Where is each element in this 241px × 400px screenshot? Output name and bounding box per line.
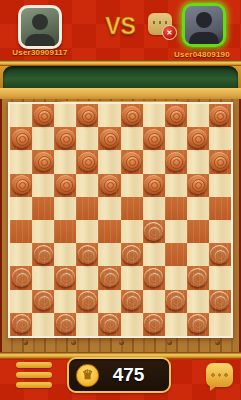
board-square[interactable]: [76, 243, 98, 266]
board-square[interactable]: [10, 150, 32, 173]
nail-stud: [167, 340, 172, 345]
board-square[interactable]: [121, 104, 143, 127]
board-square[interactable]: [187, 150, 209, 173]
board-square[interactable]: [187, 197, 209, 220]
board-square[interactable]: [121, 127, 143, 150]
board-square[interactable]: [98, 150, 120, 173]
red-piece[interactable]: [166, 106, 185, 125]
board-square[interactable]: [187, 127, 209, 150]
red-piece[interactable]: [78, 152, 97, 171]
board-square[interactable]: [98, 243, 120, 266]
board-square[interactable]: [10, 313, 32, 336]
white-piece[interactable]: [34, 245, 53, 264]
board-square[interactable]: [76, 290, 98, 313]
white-piece[interactable]: [210, 291, 229, 310]
board-square[interactable]: [10, 220, 32, 243]
board-square[interactable]: [143, 174, 165, 197]
chat-bubble-tail: [210, 385, 218, 391]
board-square[interactable]: [165, 150, 187, 173]
white-piece[interactable]: [188, 314, 207, 333]
board-grid: [10, 104, 231, 336]
board-square[interactable]: [32, 150, 54, 173]
board-square[interactable]: [209, 266, 231, 289]
board-square[interactable]: [32, 313, 54, 336]
red-piece[interactable]: [210, 106, 229, 125]
white-piece[interactable]: [210, 245, 229, 264]
red-piece[interactable]: [56, 175, 75, 194]
board-square[interactable]: [121, 290, 143, 313]
board-square[interactable]: [165, 174, 187, 197]
board-square[interactable]: [10, 266, 32, 289]
board-square[interactable]: [54, 290, 76, 313]
board-square[interactable]: [209, 290, 231, 313]
white-piece[interactable]: [144, 268, 163, 287]
board-square[interactable]: [98, 127, 120, 150]
board-square[interactable]: [32, 104, 54, 127]
board-square[interactable]: [187, 313, 209, 336]
board-square[interactable]: [10, 290, 32, 313]
board-square[interactable]: [143, 243, 165, 266]
chat-muted-icon[interactable]: ✕: [148, 13, 172, 35]
board-square[interactable]: [10, 243, 32, 266]
board-square[interactable]: [54, 150, 76, 173]
board-square[interactable]: [54, 104, 76, 127]
board-square[interactable]: [121, 243, 143, 266]
red-piece[interactable]: [210, 152, 229, 171]
chat-dots-icon: [211, 373, 228, 377]
white-piece[interactable]: [166, 291, 185, 310]
board-square[interactable]: [54, 313, 76, 336]
board-square[interactable]: [10, 197, 32, 220]
checkers-board[interactable]: [8, 102, 233, 338]
board-square[interactable]: [76, 220, 98, 243]
person-icon: [185, 6, 223, 44]
white-piece[interactable]: [56, 268, 75, 287]
board-square[interactable]: [187, 290, 209, 313]
chat-button[interactable]: [206, 363, 233, 387]
board-square[interactable]: [76, 127, 98, 150]
board-square[interactable]: [165, 313, 187, 336]
red-piece[interactable]: [56, 129, 75, 148]
board-square[interactable]: [76, 313, 98, 336]
white-piece[interactable]: [122, 245, 141, 264]
white-piece[interactable]: [12, 314, 31, 333]
red-piece[interactable]: [144, 175, 163, 194]
white-piece[interactable]: [100, 314, 119, 333]
menu-button[interactable]: [16, 362, 52, 388]
white-piece[interactable]: [78, 245, 97, 264]
board-square[interactable]: [98, 197, 120, 220]
board-square[interactable]: [143, 104, 165, 127]
board-square[interactable]: [121, 174, 143, 197]
board-square[interactable]: [32, 127, 54, 150]
red-piece[interactable]: [122, 106, 141, 125]
board-square[interactable]: [32, 220, 54, 243]
nail-stud: [215, 340, 220, 345]
board-square[interactable]: [121, 313, 143, 336]
board-square[interactable]: [143, 220, 165, 243]
board-square[interactable]: [76, 174, 98, 197]
hamburger-icon: [16, 362, 52, 368]
board-square[interactable]: [32, 290, 54, 313]
board-square[interactable]: [32, 266, 54, 289]
white-piece[interactable]: [144, 222, 163, 241]
board-square[interactable]: [121, 197, 143, 220]
red-piece[interactable]: [34, 152, 53, 171]
board-square[interactable]: [121, 150, 143, 173]
board-square[interactable]: [209, 220, 231, 243]
board-square[interactable]: [98, 104, 120, 127]
board-square[interactable]: [10, 174, 32, 197]
game-screen: User30909117 VS ✕ User04809190 ♛ 475: [0, 0, 241, 400]
board-square[interactable]: [54, 243, 76, 266]
board-square[interactable]: [187, 220, 209, 243]
board-square[interactable]: [54, 266, 76, 289]
white-piece[interactable]: [56, 314, 75, 333]
board-square[interactable]: [143, 197, 165, 220]
board-square[interactable]: [121, 220, 143, 243]
white-piece[interactable]: [78, 291, 97, 310]
board-square[interactable]: [54, 220, 76, 243]
board-square[interactable]: [187, 104, 209, 127]
red-piece[interactable]: [166, 152, 185, 171]
board-square[interactable]: [76, 104, 98, 127]
board-square[interactable]: [76, 197, 98, 220]
nail-stud: [119, 340, 124, 345]
board-square[interactable]: [32, 197, 54, 220]
board-square[interactable]: [209, 243, 231, 266]
red-piece[interactable]: [34, 106, 53, 125]
board-square[interactable]: [143, 313, 165, 336]
board-square[interactable]: [10, 104, 32, 127]
board-square[interactable]: [209, 150, 231, 173]
white-piece[interactable]: [188, 268, 207, 287]
board-square[interactable]: [76, 266, 98, 289]
nail-stud: [71, 340, 76, 345]
chat-dots-icon: [152, 21, 168, 24]
board-square[interactable]: [98, 174, 120, 197]
board-square[interactable]: [165, 220, 187, 243]
board-square[interactable]: [165, 290, 187, 313]
mute-badge-icon: ✕: [162, 25, 177, 40]
board-square[interactable]: [209, 104, 231, 127]
red-piece[interactable]: [100, 129, 119, 148]
board-square[interactable]: [209, 127, 231, 150]
right-player-avatar[interactable]: [182, 3, 226, 47]
red-piece[interactable]: [12, 129, 31, 148]
green-felt-panel: [3, 66, 238, 89]
board-square[interactable]: [209, 313, 231, 336]
board-square[interactable]: [98, 313, 120, 336]
left-player-name: User30909117: [0, 48, 85, 57]
shelf: [0, 66, 241, 89]
red-piece[interactable]: [78, 106, 97, 125]
board-square[interactable]: [54, 127, 76, 150]
white-piece[interactable]: [100, 268, 119, 287]
board-square[interactable]: [187, 266, 209, 289]
white-piece[interactable]: [122, 291, 141, 310]
board-square[interactable]: [143, 290, 165, 313]
red-piece[interactable]: [144, 129, 163, 148]
board-square[interactable]: [209, 197, 231, 220]
board-square[interactable]: [98, 220, 120, 243]
board-square[interactable]: [32, 174, 54, 197]
board-square[interactable]: [187, 174, 209, 197]
board-square[interactable]: [76, 150, 98, 173]
right-player-name: User04809190: [157, 50, 241, 59]
board-square[interactable]: [165, 127, 187, 150]
coin-icon: ♛: [76, 364, 99, 387]
board-square[interactable]: [165, 197, 187, 220]
white-piece[interactable]: [12, 268, 31, 287]
board-square[interactable]: [54, 197, 76, 220]
board-square[interactable]: [98, 266, 120, 289]
board-square[interactable]: [165, 243, 187, 266]
board-square[interactable]: [98, 290, 120, 313]
white-piece[interactable]: [144, 314, 163, 333]
board-square[interactable]: [32, 243, 54, 266]
nail-stud: [23, 340, 28, 345]
board-square[interactable]: [121, 266, 143, 289]
red-piece[interactable]: [122, 152, 141, 171]
board-square[interactable]: [10, 127, 32, 150]
red-piece[interactable]: [188, 175, 207, 194]
board-square[interactable]: [165, 104, 187, 127]
board-square[interactable]: [54, 174, 76, 197]
board-square[interactable]: [143, 150, 165, 173]
coin-balance[interactable]: ♛ 475: [67, 357, 171, 393]
board-square[interactable]: [187, 243, 209, 266]
coin-value: 475: [99, 364, 162, 386]
red-piece[interactable]: [100, 175, 119, 194]
white-piece[interactable]: [34, 291, 53, 310]
board-square[interactable]: [143, 127, 165, 150]
board-square[interactable]: [209, 174, 231, 197]
red-piece[interactable]: [12, 175, 31, 194]
board-square[interactable]: [143, 266, 165, 289]
red-piece[interactable]: [188, 129, 207, 148]
board-square[interactable]: [165, 266, 187, 289]
